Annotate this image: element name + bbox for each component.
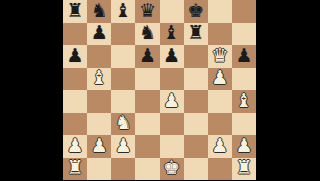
black-knight[interactable]: ♞ [91,1,108,20]
white-king[interactable]: ♚ [163,158,180,177]
square-h1[interactable]: ♜ [232,158,256,181]
square-h8[interactable] [232,0,256,23]
white-queen[interactable]: ♛ [211,46,228,65]
square-f5[interactable] [184,68,208,91]
square-d1[interactable] [135,158,159,181]
square-a8[interactable]: ♜ [63,0,87,23]
white-knight[interactable]: ♞ [115,113,132,132]
square-b1[interactable] [87,158,111,181]
white-pawn[interactable]: ♟ [211,136,228,155]
black-knight[interactable]: ♞ [139,23,156,42]
square-a3[interactable] [63,113,87,136]
square-a2[interactable]: ♟ [63,135,87,158]
square-h4[interactable]: ♝ [232,90,256,113]
square-a7[interactable] [63,23,87,46]
square-f4[interactable] [184,90,208,113]
square-g3[interactable] [208,113,232,136]
white-pawn[interactable]: ♟ [67,136,84,155]
square-g2[interactable]: ♟ [208,135,232,158]
square-d4[interactable] [135,90,159,113]
square-d5[interactable] [135,68,159,91]
square-e4[interactable]: ♟ [160,90,184,113]
square-g6[interactable]: ♛ [208,45,232,68]
square-d8[interactable]: ♛ [135,0,159,23]
square-g1[interactable] [208,158,232,181]
black-bishop[interactable]: ♝ [115,1,132,20]
black-pawn[interactable]: ♟ [91,23,108,42]
square-f8[interactable]: ♚ [184,0,208,23]
white-bishop[interactable]: ♝ [235,91,252,110]
black-pawn[interactable]: ♟ [139,46,156,65]
white-pawn[interactable]: ♟ [163,91,180,110]
square-b3[interactable] [87,113,111,136]
square-d6[interactable]: ♟ [135,45,159,68]
square-e6[interactable]: ♟ [160,45,184,68]
square-h6[interactable]: ♟ [232,45,256,68]
square-b8[interactable]: ♞ [87,0,111,23]
square-d7[interactable]: ♞ [135,23,159,46]
white-rook[interactable]: ♜ [67,158,84,177]
black-king[interactable]: ♚ [187,1,204,20]
square-e1[interactable]: ♚ [160,158,184,181]
black-rook[interactable]: ♜ [187,23,204,42]
square-c3[interactable]: ♞ [111,113,135,136]
white-pawn[interactable]: ♟ [91,136,108,155]
square-h2[interactable]: ♟ [232,135,256,158]
square-f6[interactable] [184,45,208,68]
square-b5[interactable]: ♝ [87,68,111,91]
white-pawn[interactable]: ♟ [211,68,228,87]
white-pawn[interactable]: ♟ [235,136,252,155]
square-c7[interactable] [111,23,135,46]
black-pawn[interactable]: ♟ [163,46,180,65]
video-frame-letterbox: ♜♞♝♛♚♟♞♝♜♟♟♟♛♟♝♟♟♝♞♟♟♟♟♟♜♚♜ [0,0,320,180]
black-rook[interactable]: ♜ [67,1,84,20]
square-a4[interactable] [63,90,87,113]
square-a1[interactable]: ♜ [63,158,87,181]
square-d3[interactable] [135,113,159,136]
square-c8[interactable]: ♝ [111,0,135,23]
square-g7[interactable] [208,23,232,46]
square-c6[interactable] [111,45,135,68]
square-b6[interactable] [87,45,111,68]
square-b2[interactable]: ♟ [87,135,111,158]
black-pawn[interactable]: ♟ [235,46,252,65]
square-b7[interactable]: ♟ [87,23,111,46]
square-c4[interactable] [111,90,135,113]
square-h3[interactable] [232,113,256,136]
black-bishop[interactable]: ♝ [163,23,180,42]
black-queen[interactable]: ♛ [139,1,156,20]
square-d2[interactable] [135,135,159,158]
square-g4[interactable] [208,90,232,113]
square-f2[interactable] [184,135,208,158]
square-c5[interactable] [111,68,135,91]
square-a6[interactable]: ♟ [63,45,87,68]
white-bishop[interactable]: ♝ [91,68,108,87]
square-e5[interactable] [160,68,184,91]
square-e8[interactable] [160,0,184,23]
square-f7[interactable]: ♜ [184,23,208,46]
chessboard: ♜♞♝♛♚♟♞♝♜♟♟♟♛♟♝♟♟♝♞♟♟♟♟♟♜♚♜ [63,0,256,180]
square-a5[interactable] [63,68,87,91]
square-h7[interactable] [232,23,256,46]
square-g8[interactable] [208,0,232,23]
square-f1[interactable] [184,158,208,181]
square-f3[interactable] [184,113,208,136]
black-pawn[interactable]: ♟ [67,46,84,65]
white-rook[interactable]: ♜ [235,158,252,177]
white-pawn[interactable]: ♟ [115,136,132,155]
square-c1[interactable] [111,158,135,181]
square-e2[interactable] [160,135,184,158]
square-e7[interactable]: ♝ [160,23,184,46]
square-c2[interactable]: ♟ [111,135,135,158]
square-e3[interactable] [160,113,184,136]
square-g5[interactable]: ♟ [208,68,232,91]
square-h5[interactable] [232,68,256,91]
square-b4[interactable] [87,90,111,113]
